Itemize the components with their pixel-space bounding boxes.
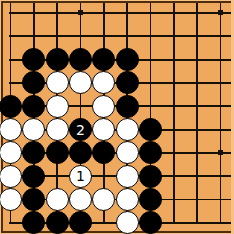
board-intersection[interactable]	[209, 1, 232, 24]
white-stone	[46, 71, 69, 94]
board-intersection[interactable]	[209, 118, 232, 141]
white-stone-numbered: 1	[69, 165, 92, 188]
board-intersection[interactable]	[92, 25, 115, 48]
move-number-label: 1	[76, 169, 85, 183]
board-intersection[interactable]	[139, 118, 162, 141]
white-stone	[22, 118, 45, 141]
black-stone	[46, 48, 69, 71]
board-intersection[interactable]	[139, 188, 162, 211]
white-stone	[92, 188, 115, 211]
board-intersection[interactable]	[115, 1, 138, 24]
board-intersection[interactable]	[115, 95, 138, 118]
board-intersection[interactable]	[162, 165, 185, 188]
board-intersection[interactable]	[0, 25, 22, 48]
black-stone	[22, 95, 45, 118]
board-intersection[interactable]	[92, 118, 115, 141]
board-intersection[interactable]: 2	[69, 118, 92, 141]
board-intersection[interactable]	[139, 25, 162, 48]
board-intersection[interactable]	[69, 71, 92, 94]
board-intersection[interactable]	[0, 71, 22, 94]
board-intersection[interactable]	[92, 165, 115, 188]
board-intersection[interactable]	[139, 141, 162, 164]
board-intersection[interactable]	[139, 48, 162, 71]
white-stone	[46, 118, 69, 141]
board-intersection[interactable]	[185, 71, 208, 94]
star-point	[218, 150, 223, 155]
board-intersection[interactable]	[209, 165, 232, 188]
board-intersection[interactable]	[0, 118, 22, 141]
board-intersection[interactable]	[0, 48, 22, 71]
board-intersection[interactable]	[69, 1, 92, 24]
board-intersection[interactable]	[185, 211, 208, 234]
board-intersection[interactable]	[45, 95, 68, 118]
white-stone	[0, 141, 22, 164]
board-intersection[interactable]	[162, 1, 185, 24]
board-intersection[interactable]	[185, 25, 208, 48]
board-intersection[interactable]	[45, 71, 68, 94]
board-intersection[interactable]	[45, 25, 68, 48]
board-intersection[interactable]	[115, 211, 138, 234]
black-stone	[46, 211, 69, 234]
black-stone	[46, 141, 69, 164]
white-stone	[116, 211, 139, 234]
star-point	[78, 10, 83, 15]
board-intersection[interactable]	[69, 95, 92, 118]
board-intersection[interactable]	[139, 71, 162, 94]
white-stone	[92, 118, 115, 141]
black-stone	[69, 211, 92, 234]
white-stone	[116, 188, 139, 211]
move-number-label: 2	[76, 123, 85, 137]
black-stone	[22, 188, 45, 211]
black-stone-numbered: 2	[69, 118, 92, 141]
board-intersection[interactable]	[92, 188, 115, 211]
white-stone	[46, 95, 69, 118]
board-intersection[interactable]	[185, 141, 208, 164]
black-stone	[116, 71, 139, 94]
board-intersection[interactable]	[92, 48, 115, 71]
board-intersection[interactable]	[185, 188, 208, 211]
board-intersection[interactable]	[115, 25, 138, 48]
board-intersection[interactable]	[139, 1, 162, 24]
black-stone	[22, 71, 45, 94]
board-intersection[interactable]	[22, 95, 45, 118]
black-stone	[139, 211, 162, 234]
board-intersection[interactable]	[69, 188, 92, 211]
board-intersection[interactable]	[162, 48, 185, 71]
board-intersection[interactable]	[92, 141, 115, 164]
board-intersection[interactable]	[22, 141, 45, 164]
board-intersection[interactable]	[22, 188, 45, 211]
board-intersection[interactable]	[209, 188, 232, 211]
board-intersection[interactable]	[162, 25, 185, 48]
board-intersection[interactable]	[45, 1, 68, 24]
board-intersection[interactable]	[162, 95, 185, 118]
board-intersection[interactable]	[22, 71, 45, 94]
board-intersection[interactable]	[69, 211, 92, 234]
board-intersection[interactable]	[185, 118, 208, 141]
board-intersection[interactable]	[162, 71, 185, 94]
white-stone	[0, 188, 22, 211]
board-intersection[interactable]	[0, 1, 22, 24]
board-intersection[interactable]	[22, 25, 45, 48]
board-intersection[interactable]	[92, 211, 115, 234]
white-stone	[116, 118, 139, 141]
board-intersection[interactable]	[0, 95, 22, 118]
board-intersection[interactable]	[139, 211, 162, 234]
board-intersection[interactable]	[92, 71, 115, 94]
black-stone	[139, 118, 162, 141]
white-stone	[46, 188, 69, 211]
board-intersection[interactable]	[209, 25, 232, 48]
black-stone	[116, 95, 139, 118]
board-intersection[interactable]	[22, 165, 45, 188]
board-intersection[interactable]	[45, 118, 68, 141]
board-intersection[interactable]	[115, 48, 138, 71]
black-stone	[139, 188, 162, 211]
board-intersection[interactable]	[185, 48, 208, 71]
board-intersection[interactable]	[69, 48, 92, 71]
board-intersection[interactable]	[209, 95, 232, 118]
black-stone	[92, 48, 115, 71]
board-intersection[interactable]	[92, 1, 115, 24]
board-intersection[interactable]	[209, 211, 232, 234]
board-intersection[interactable]	[0, 211, 22, 234]
white-stone	[69, 71, 92, 94]
black-stone	[92, 141, 115, 164]
board-intersection[interactable]	[115, 141, 138, 164]
board-intersection[interactable]	[22, 211, 45, 234]
board-intersection[interactable]	[139, 165, 162, 188]
black-stone	[116, 48, 139, 71]
board-intersection[interactable]	[209, 141, 232, 164]
black-stone	[139, 141, 162, 164]
board-intersection[interactable]	[115, 71, 138, 94]
black-stone	[22, 165, 45, 188]
board-intersection[interactable]	[209, 71, 232, 94]
board-intersection[interactable]	[185, 95, 208, 118]
board-intersection[interactable]	[115, 188, 138, 211]
black-stone	[22, 211, 45, 234]
board-intersection[interactable]	[45, 188, 68, 211]
white-stone	[116, 165, 139, 188]
board-intersection[interactable]	[69, 141, 92, 164]
board-intersection[interactable]	[185, 165, 208, 188]
board-intersection[interactable]	[209, 48, 232, 71]
board-intersection[interactable]	[162, 118, 185, 141]
board-intersection[interactable]	[22, 48, 45, 71]
board-intersection[interactable]	[139, 95, 162, 118]
black-stone	[22, 48, 45, 71]
board-intersection[interactable]	[45, 141, 68, 164]
white-stone	[0, 165, 22, 188]
board-intersection[interactable]	[69, 25, 92, 48]
black-stone	[0, 95, 22, 118]
board-intersection[interactable]	[22, 1, 45, 24]
board-intersection[interactable]	[22, 118, 45, 141]
board-intersection[interactable]	[115, 165, 138, 188]
white-stone	[92, 95, 115, 118]
black-stone	[139, 165, 162, 188]
white-stone	[69, 188, 92, 211]
board-intersection[interactable]	[0, 165, 22, 188]
black-stone	[69, 141, 92, 164]
black-stone	[69, 48, 92, 71]
board-intersection[interactable]	[162, 188, 185, 211]
board-intersection[interactable]	[115, 118, 138, 141]
board-intersection[interactable]	[162, 211, 185, 234]
board-intersection[interactable]: 1	[69, 165, 92, 188]
board-intersection[interactable]	[185, 1, 208, 24]
board-intersection[interactable]	[45, 48, 68, 71]
board-intersection[interactable]	[162, 141, 185, 164]
go-board-diagram[interactable]: 21	[0, 0, 234, 234]
board-intersection[interactable]	[0, 141, 22, 164]
board-intersection[interactable]	[45, 165, 68, 188]
white-stone	[0, 118, 22, 141]
white-stone	[92, 71, 115, 94]
board-intersection[interactable]	[45, 211, 68, 234]
black-stone	[22, 141, 45, 164]
board-intersection[interactable]	[0, 188, 22, 211]
board-intersection[interactable]	[92, 95, 115, 118]
star-point	[218, 10, 223, 15]
white-stone	[116, 141, 139, 164]
go-board-grid: 21	[0, 1, 232, 234]
